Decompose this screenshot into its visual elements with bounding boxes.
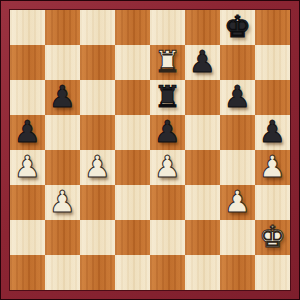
piece-black-rook-e6[interactable]: ♜ [154,82,181,112]
square-c8[interactable] [80,10,115,45]
square-h7[interactable] [255,45,290,80]
piece-white-pawn-c4[interactable]: ♟ [84,152,111,182]
square-f8[interactable] [185,10,220,45]
square-c4[interactable]: ♟ [80,150,115,185]
square-b5[interactable] [45,115,80,150]
square-a8[interactable] [10,10,45,45]
square-f4[interactable] [185,150,220,185]
square-b7[interactable] [45,45,80,80]
piece-black-pawn-h5[interactable]: ♟ [259,117,286,147]
piece-black-king-g8[interactable]: ♚ [224,12,251,42]
square-h2[interactable]: ♚ [255,220,290,255]
square-g5[interactable] [220,115,255,150]
square-e4[interactable]: ♟ [150,150,185,185]
square-c3[interactable] [80,185,115,220]
square-f1[interactable] [185,255,220,290]
piece-white-pawn-h4[interactable]: ♟ [259,152,286,182]
piece-black-pawn-g6[interactable]: ♟ [224,82,251,112]
square-c1[interactable] [80,255,115,290]
square-c2[interactable] [80,220,115,255]
square-d1[interactable] [115,255,150,290]
square-a2[interactable] [10,220,45,255]
square-h6[interactable] [255,80,290,115]
square-d8[interactable] [115,10,150,45]
square-f6[interactable] [185,80,220,115]
square-f5[interactable] [185,115,220,150]
piece-white-king-h2[interactable]: ♚ [259,222,286,252]
square-b6[interactable]: ♟ [45,80,80,115]
square-a1[interactable] [10,255,45,290]
square-e7[interactable]: ♜ [150,45,185,80]
square-e2[interactable] [150,220,185,255]
square-d3[interactable] [115,185,150,220]
piece-white-rook-e7[interactable]: ♜ [154,47,181,77]
square-a5[interactable]: ♟ [10,115,45,150]
square-d5[interactable] [115,115,150,150]
square-f2[interactable] [185,220,220,255]
square-g3[interactable]: ♟ [220,185,255,220]
piece-black-pawn-f7[interactable]: ♟ [189,47,216,77]
square-e1[interactable] [150,255,185,290]
square-h5[interactable]: ♟ [255,115,290,150]
square-f7[interactable]: ♟ [185,45,220,80]
square-d2[interactable] [115,220,150,255]
square-g6[interactable]: ♟ [220,80,255,115]
square-d7[interactable] [115,45,150,80]
square-b4[interactable] [45,150,80,185]
square-b3[interactable]: ♟ [45,185,80,220]
piece-white-pawn-g3[interactable]: ♟ [224,187,251,217]
square-h4[interactable]: ♟ [255,150,290,185]
square-a3[interactable] [10,185,45,220]
piece-white-pawn-a4[interactable]: ♟ [14,152,41,182]
square-c7[interactable] [80,45,115,80]
square-e8[interactable] [150,10,185,45]
square-g8[interactable]: ♚ [220,10,255,45]
square-a6[interactable] [10,80,45,115]
square-h3[interactable] [255,185,290,220]
square-e5[interactable]: ♟ [150,115,185,150]
square-c6[interactable] [80,80,115,115]
chess-board: ♚♜♟♟♜♟♟♟♟♟♟♟♟♟♟♚ [10,10,290,290]
piece-black-pawn-b6[interactable]: ♟ [49,82,76,112]
square-h8[interactable] [255,10,290,45]
square-e6[interactable]: ♜ [150,80,185,115]
piece-black-pawn-e5[interactable]: ♟ [154,117,181,147]
square-b2[interactable] [45,220,80,255]
square-e3[interactable] [150,185,185,220]
square-g7[interactable] [220,45,255,80]
square-c5[interactable] [80,115,115,150]
square-a4[interactable]: ♟ [10,150,45,185]
square-a7[interactable] [10,45,45,80]
square-g1[interactable] [220,255,255,290]
square-f3[interactable] [185,185,220,220]
square-d4[interactable] [115,150,150,185]
piece-black-pawn-a5[interactable]: ♟ [14,117,41,147]
square-b8[interactable] [45,10,80,45]
square-g2[interactable] [220,220,255,255]
square-b1[interactable] [45,255,80,290]
piece-white-pawn-b3[interactable]: ♟ [49,187,76,217]
piece-white-pawn-e4[interactable]: ♟ [154,152,181,182]
square-g4[interactable] [220,150,255,185]
square-d6[interactable] [115,80,150,115]
board-frame: ♚♜♟♟♜♟♟♟♟♟♟♟♟♟♟♚ [0,0,300,300]
square-h1[interactable] [255,255,290,290]
